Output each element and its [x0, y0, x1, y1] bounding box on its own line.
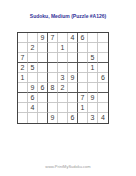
sudoku-cell-r7c8[interactable]: 9 [88, 93, 98, 103]
sudoku-cell-r8c4[interactable] [48, 103, 58, 113]
sudoku-cell-r6c5[interactable]: 2 [58, 83, 68, 93]
sudoku-cell-r9c1[interactable] [18, 113, 28, 123]
sudoku-cell-r2c4[interactable] [48, 43, 58, 53]
sudoku-cell-r5c8[interactable] [88, 73, 98, 83]
sudoku-cell-r6c7[interactable] [78, 83, 88, 93]
sudoku-cell-r1c9[interactable] [98, 33, 108, 43]
sudoku-cell-r4c5[interactable] [58, 63, 68, 73]
sudoku-cell-r6c2[interactable]: 9 [28, 83, 38, 93]
sudoku-cell-r3c9[interactable] [98, 53, 108, 63]
sudoku-cell-r1c5[interactable] [58, 33, 68, 43]
sudoku-cell-r5c1[interactable]: 1 [18, 73, 28, 83]
sudoku-cell-r9c5[interactable] [58, 113, 68, 123]
sudoku-cell-r7c2[interactable]: 6 [28, 93, 38, 103]
sudoku-cell-r2c8[interactable] [88, 43, 98, 53]
puzzle-title: Sudoku, Medium (Puzzle #A126) [0, 13, 136, 19]
sudoku-cell-r7c3[interactable] [38, 93, 48, 103]
sudoku-cell-r2c7[interactable] [78, 43, 88, 53]
sudoku-cell-r1c8[interactable] [88, 33, 98, 43]
sudoku-cell-r6c3[interactable]: 6 [38, 83, 48, 93]
sudoku-cell-r6c6[interactable] [68, 83, 78, 93]
sudoku-cell-r7c5[interactable] [58, 93, 68, 103]
sudoku-cell-r1c7[interactable]: 6 [78, 33, 88, 43]
sudoku-cell-r9c4[interactable]: 9 [48, 113, 58, 123]
sudoku-cell-r1c1[interactable] [18, 33, 28, 43]
sudoku-cell-r9c6[interactable]: 6 [68, 113, 78, 123]
sudoku-cell-r4c9[interactable] [98, 63, 108, 73]
sudoku-cell-r7c6[interactable] [68, 93, 78, 103]
sudoku-cell-r4c6[interactable] [68, 63, 78, 73]
sudoku-cell-r3c5[interactable] [58, 53, 68, 63]
sudoku-cell-r8c6[interactable] [68, 103, 78, 113]
sudoku-cell-r1c2[interactable] [28, 33, 38, 43]
sudoku-cell-r5c5[interactable]: 3 [58, 73, 68, 83]
sudoku-cell-r3c6[interactable] [68, 53, 78, 63]
sudoku-cell-r9c8[interactable]: 3 [88, 113, 98, 123]
sudoku-cell-r6c4[interactable]: 8 [48, 83, 58, 93]
sudoku-cell-r5c2[interactable] [28, 73, 38, 83]
sudoku-cell-r8c5[interactable] [58, 103, 68, 113]
sudoku-cell-r5c7[interactable] [78, 73, 88, 83]
sudoku-cell-r7c7[interactable]: 7 [78, 93, 88, 103]
sudoku-cell-r6c1[interactable] [18, 83, 28, 93]
sudoku-cell-r1c6[interactable]: 4 [68, 33, 78, 43]
sudoku-cell-r8c1[interactable] [18, 103, 28, 113]
sudoku-cell-r8c9[interactable] [98, 103, 108, 113]
sudoku-cell-r4c7[interactable] [78, 63, 88, 73]
sudoku-cell-r4c8[interactable]: 1 [88, 63, 98, 73]
sudoku-cell-r2c3[interactable] [38, 43, 48, 53]
sudoku-cell-r3c1[interactable]: 7 [18, 53, 28, 63]
sudoku-cell-r5c4[interactable] [48, 73, 58, 83]
sudoku-cell-r4c4[interactable] [48, 63, 58, 73]
sudoku-cell-r8c8[interactable] [88, 103, 98, 113]
sudoku-cell-r9c3[interactable] [38, 113, 48, 123]
sudoku-cell-r7c9[interactable] [98, 93, 108, 103]
sudoku-cell-r8c2[interactable]: 4 [28, 103, 38, 113]
sudoku-cell-r5c9[interactable]: 6 [98, 73, 108, 83]
sudoku-cell-r9c7[interactable] [78, 113, 88, 123]
sudoku-cell-r4c3[interactable] [38, 63, 48, 73]
sudoku-cell-r8c7[interactable]: 1 [78, 103, 88, 113]
sudoku-cell-r3c7[interactable] [78, 53, 88, 63]
sudoku-cell-r1c4[interactable]: 7 [48, 33, 58, 43]
sudoku-cell-r3c4[interactable] [48, 53, 58, 63]
sudoku-cell-r2c2[interactable]: 2 [28, 43, 38, 53]
sudoku-cell-r2c1[interactable] [18, 43, 28, 53]
sudoku-cell-r6c9[interactable] [98, 83, 108, 93]
sudoku-cell-r3c3[interactable] [38, 53, 48, 63]
sudoku-cell-r3c8[interactable]: 5 [88, 53, 98, 63]
sudoku-cell-r6c8[interactable] [88, 83, 98, 93]
sudoku-cell-r2c6[interactable] [68, 43, 78, 53]
sudoku-cell-r9c2[interactable] [28, 113, 38, 123]
sudoku-cell-r8c3[interactable] [38, 103, 48, 113]
sudoku-cell-r2c5[interactable]: 1 [58, 43, 68, 53]
sudoku-cell-r5c6[interactable]: 9 [68, 73, 78, 83]
sudoku-cell-r4c1[interactable]: 2 [18, 63, 28, 73]
sudoku-cell-r4c2[interactable]: 5 [28, 63, 38, 73]
sudoku-board: 9746217525113969682679419634 [17, 32, 109, 124]
sudoku-cell-r1c3[interactable]: 9 [38, 33, 48, 43]
sudoku-cell-r7c4[interactable] [48, 93, 58, 103]
sudoku-cell-r5c3[interactable] [38, 73, 48, 83]
sudoku-cell-r2c9[interactable] [98, 43, 108, 53]
printable-sudoku-page: Sudoku, Medium (Puzzle #A126) 9746217525… [0, 0, 136, 176]
sudoku-cell-r9c9[interactable]: 4 [98, 113, 108, 123]
footer-url: www.PrintMySudoku.com [0, 164, 136, 169]
sudoku-cell-r7c1[interactable] [18, 93, 28, 103]
sudoku-cell-r3c2[interactable] [28, 53, 38, 63]
